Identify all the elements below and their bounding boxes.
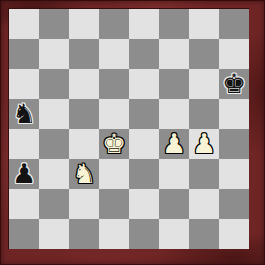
square-c5[interactable]: [69, 99, 99, 129]
square-e6[interactable]: [129, 69, 159, 99]
square-g3[interactable]: [189, 159, 219, 189]
chess-board-frame: ♚♞♚♟♟♟♞: [0, 0, 265, 265]
square-g1[interactable]: [189, 219, 219, 249]
square-b6[interactable]: [39, 69, 69, 99]
square-f4[interactable]: ♟: [159, 129, 189, 159]
square-g6[interactable]: [189, 69, 219, 99]
square-e8[interactable]: [129, 9, 159, 39]
square-a3[interactable]: ♟: [9, 159, 39, 189]
square-f3[interactable]: [159, 159, 189, 189]
square-h6[interactable]: ♚: [219, 69, 249, 99]
square-b1[interactable]: [39, 219, 69, 249]
square-c1[interactable]: [69, 219, 99, 249]
square-f1[interactable]: [159, 219, 189, 249]
square-a6[interactable]: [9, 69, 39, 99]
square-a5[interactable]: ♞: [9, 99, 39, 129]
square-f2[interactable]: [159, 189, 189, 219]
square-d2[interactable]: [99, 189, 129, 219]
square-b3[interactable]: [39, 159, 69, 189]
square-c8[interactable]: [69, 9, 99, 39]
square-e5[interactable]: [129, 99, 159, 129]
square-f5[interactable]: [159, 99, 189, 129]
white-king[interactable]: ♚: [102, 129, 126, 159]
square-f7[interactable]: [159, 39, 189, 69]
square-d7[interactable]: [99, 39, 129, 69]
square-d8[interactable]: [99, 9, 129, 39]
black-pawn[interactable]: ♟: [12, 159, 36, 189]
black-king[interactable]: ♚: [222, 69, 246, 99]
square-e3[interactable]: [129, 159, 159, 189]
square-b4[interactable]: [39, 129, 69, 159]
square-h7[interactable]: [219, 39, 249, 69]
square-g8[interactable]: [189, 9, 219, 39]
white-pawn[interactable]: ♟: [192, 129, 216, 159]
square-b2[interactable]: [39, 189, 69, 219]
square-b8[interactable]: [39, 9, 69, 39]
square-e1[interactable]: [129, 219, 159, 249]
square-a8[interactable]: [9, 9, 39, 39]
square-g5[interactable]: [189, 99, 219, 129]
square-e7[interactable]: [129, 39, 159, 69]
square-h4[interactable]: [219, 129, 249, 159]
square-d4[interactable]: ♚: [99, 129, 129, 159]
square-g2[interactable]: [189, 189, 219, 219]
white-pawn[interactable]: ♟: [162, 129, 186, 159]
square-d3[interactable]: [99, 159, 129, 189]
square-e2[interactable]: [129, 189, 159, 219]
square-c7[interactable]: [69, 39, 99, 69]
square-d5[interactable]: [99, 99, 129, 129]
square-f6[interactable]: [159, 69, 189, 99]
square-h1[interactable]: [219, 219, 249, 249]
square-h2[interactable]: [219, 189, 249, 219]
square-b5[interactable]: [39, 99, 69, 129]
square-a7[interactable]: [9, 39, 39, 69]
square-f8[interactable]: [159, 9, 189, 39]
black-knight[interactable]: ♞: [12, 99, 36, 129]
square-d1[interactable]: [99, 219, 129, 249]
square-c3[interactable]: ♞: [69, 159, 99, 189]
square-c4[interactable]: [69, 129, 99, 159]
square-h3[interactable]: [219, 159, 249, 189]
square-a4[interactable]: [9, 129, 39, 159]
square-d6[interactable]: [99, 69, 129, 99]
square-c6[interactable]: [69, 69, 99, 99]
square-b7[interactable]: [39, 39, 69, 69]
square-g4[interactable]: ♟: [189, 129, 219, 159]
square-e4[interactable]: [129, 129, 159, 159]
square-g7[interactable]: [189, 39, 219, 69]
square-a2[interactable]: [9, 189, 39, 219]
square-c2[interactable]: [69, 189, 99, 219]
square-h8[interactable]: [219, 9, 249, 39]
square-a1[interactable]: [9, 219, 39, 249]
square-h5[interactable]: [219, 99, 249, 129]
chess-board: ♚♞♚♟♟♟♞: [8, 8, 249, 249]
white-knight[interactable]: ♞: [72, 159, 96, 189]
